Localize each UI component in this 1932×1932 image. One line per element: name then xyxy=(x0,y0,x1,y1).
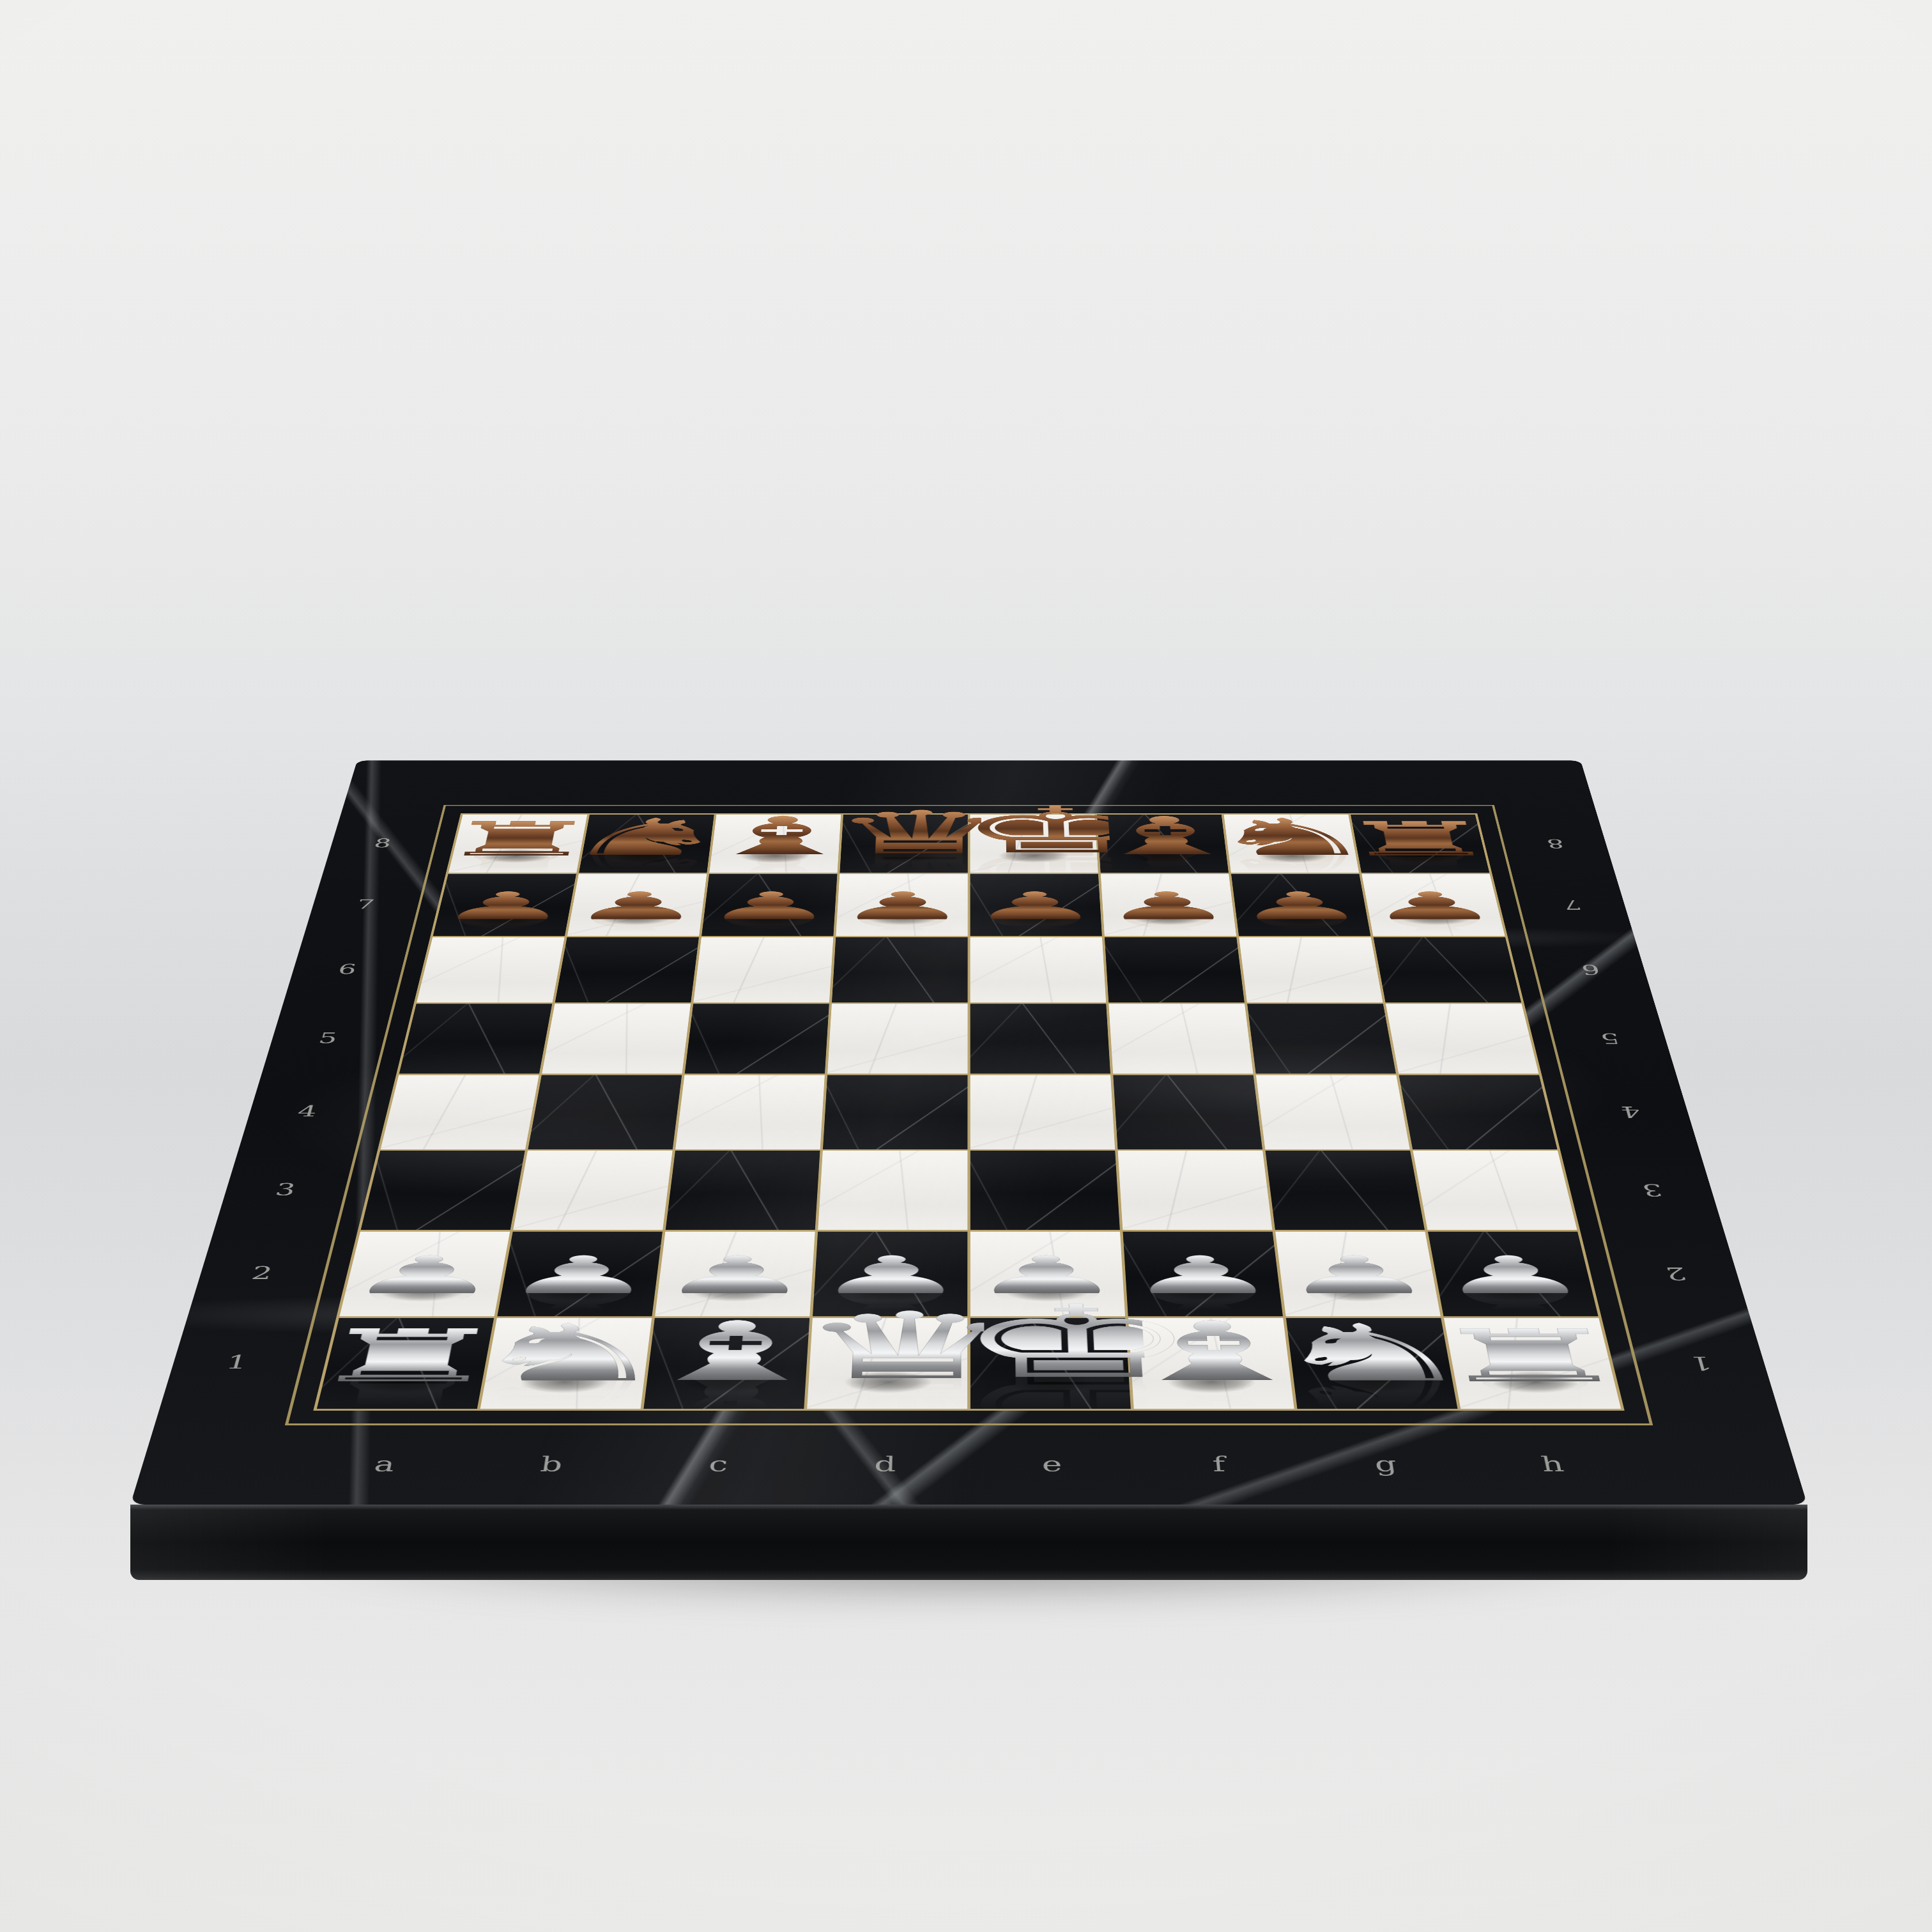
square-d5 xyxy=(827,1004,967,1073)
square-e5 xyxy=(970,1004,1110,1073)
square-h4 xyxy=(1399,1075,1558,1149)
rook-glyph: ♜ xyxy=(1414,1320,1648,1393)
square-g4 xyxy=(1256,1075,1410,1149)
square-f6 xyxy=(1105,937,1245,1003)
square-d3 xyxy=(818,1151,967,1230)
file-label-bottom-g: g xyxy=(1373,1454,1399,1475)
square-f3 xyxy=(1118,1151,1273,1230)
rank-label-right-2: 2 xyxy=(1663,1264,1689,1282)
scene: 8877665544332211abcdefgh ♜♜♞♞♝♝♛♛♚♚♝♝♞♞♜… xyxy=(0,0,1932,1932)
board-surface-black-marble: 8877665544332211abcdefgh xyxy=(130,760,1807,1505)
file-label-bottom-c: c xyxy=(708,1454,730,1475)
file-label-bottom-e: e xyxy=(1041,1454,1062,1475)
square-c5 xyxy=(685,1004,829,1073)
rank-label-right-3: 3 xyxy=(1640,1181,1665,1198)
rank-label-right-8: 8 xyxy=(1545,838,1565,850)
square-g5 xyxy=(1247,1004,1396,1073)
square-a3 xyxy=(361,1151,525,1230)
piece-black-pawn-h7: ♟♟ xyxy=(1319,887,1547,924)
chess-board: 8877665544332211abcdefgh ♜♜♞♞♝♝♛♛♚♚♝♝♞♞♜… xyxy=(130,760,1807,1505)
square-e3 xyxy=(970,1151,1120,1230)
photo-backdrop: 8877665544332211abcdefgh ♜♜♞♞♝♝♛♛♚♚♝♝♞♞♜… xyxy=(0,0,1932,1932)
square-c6 xyxy=(693,937,833,1003)
file-label-bottom-f: f xyxy=(1211,1454,1227,1475)
rank-label-left-4: 4 xyxy=(296,1104,319,1119)
square-b6 xyxy=(555,937,699,1003)
square-g3 xyxy=(1266,1151,1425,1230)
square-d4 xyxy=(823,1075,968,1149)
square-a6 xyxy=(417,937,565,1003)
square-e4 xyxy=(970,1075,1115,1149)
square-a4 xyxy=(381,1075,539,1149)
square-b5 xyxy=(542,1004,691,1073)
square-d6 xyxy=(832,937,968,1003)
square-h3 xyxy=(1413,1151,1577,1230)
square-f5 xyxy=(1108,1004,1253,1073)
file-label-bottom-a: a xyxy=(372,1454,398,1475)
rank-label-left-1: 1 xyxy=(224,1353,250,1372)
square-a5 xyxy=(399,1004,552,1073)
square-c4 xyxy=(675,1075,825,1149)
rank-label-right-7: 7 xyxy=(1561,898,1583,911)
file-label-bottom-d: d xyxy=(874,1454,897,1475)
rank-label-right-5: 5 xyxy=(1598,1031,1621,1046)
square-b3 xyxy=(513,1151,672,1230)
square-g6 xyxy=(1239,937,1383,1003)
rank-label-left-7: 7 xyxy=(355,898,376,911)
rook-glyph: ♜ xyxy=(1327,816,1512,862)
file-label-bottom-b: b xyxy=(539,1454,565,1475)
square-f4 xyxy=(1113,1075,1262,1149)
board-front-edge xyxy=(130,1505,1807,1580)
rank-label-left-3: 3 xyxy=(273,1181,298,1198)
square-e6 xyxy=(970,937,1107,1003)
rank-label-left-5: 5 xyxy=(317,1031,340,1046)
file-label-bottom-h: h xyxy=(1539,1454,1566,1475)
square-c3 xyxy=(666,1151,820,1230)
rank-label-right-1: 1 xyxy=(1687,1353,1714,1372)
rank-label-left-2: 2 xyxy=(249,1264,275,1282)
rank-label-right-4: 4 xyxy=(1618,1104,1642,1119)
piece-black-rook-h8: ♜♜ xyxy=(1308,816,1531,862)
pawn-glyph: ♟ xyxy=(1398,1250,1628,1301)
square-h5 xyxy=(1386,1004,1538,1073)
rank-label-right-6: 6 xyxy=(1579,963,1601,976)
square-h6 xyxy=(1374,937,1522,1003)
rank-label-left-6: 6 xyxy=(337,963,358,976)
rank-label-left-8: 8 xyxy=(372,838,393,850)
piece-white-pawn-h2: ♟♟ xyxy=(1379,1250,1648,1301)
square-b4 xyxy=(528,1075,682,1149)
pawn-glyph: ♟ xyxy=(1336,887,1531,924)
piece-white-rook-h1: ♜♜ xyxy=(1391,1320,1673,1393)
